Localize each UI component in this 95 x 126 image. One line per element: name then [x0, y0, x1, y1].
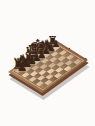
hinge-icon	[85, 58, 87, 59]
product-photo-chess-set: abcdefgh87654321 ♜♞♝♛♚♝♞♜♟♟♟♟♟♟♟♟	[0, 0, 95, 126]
piece-black-pawn: ♟	[17, 60, 27, 74]
hinge-icon	[68, 48, 70, 49]
